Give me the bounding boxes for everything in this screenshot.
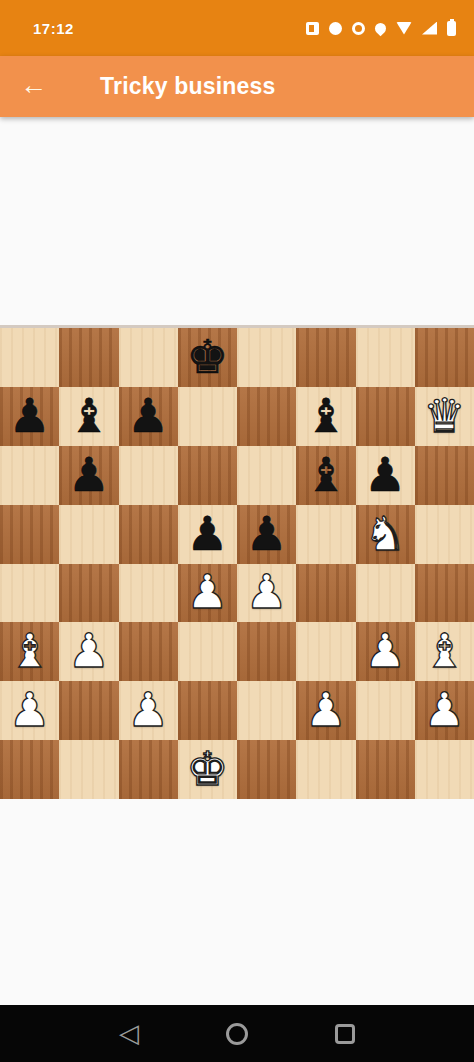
black-pawn: ♟ (246, 510, 288, 559)
square-b5[interactable] (59, 505, 118, 564)
square-b3[interactable]: ♟ (59, 622, 118, 681)
square-h8[interactable] (415, 328, 474, 387)
square-f4[interactable] (296, 564, 355, 623)
square-d8[interactable]: ♚ (178, 328, 237, 387)
battery-icon (447, 21, 456, 36)
black-pawn: ♟ (186, 510, 228, 559)
square-f5[interactable] (296, 505, 355, 564)
clock: 17:12 (33, 20, 74, 37)
square-e8[interactable] (237, 328, 296, 387)
square-b7[interactable]: ♝ (59, 387, 118, 446)
black-pawn: ♟ (364, 451, 406, 500)
phone-screen: 17:12 ← Tricky business ♚♟♝♟♝♛♟♝♟♟♟♞♟♟♝♟… (0, 0, 474, 1062)
square-h4[interactable] (415, 564, 474, 623)
square-f7[interactable]: ♝ (296, 387, 355, 446)
home-circle-icon[interactable] (226, 1023, 248, 1045)
sim-notification-icon (306, 22, 319, 35)
square-b8[interactable] (59, 328, 118, 387)
square-e1[interactable] (237, 740, 296, 799)
square-f8[interactable] (296, 328, 355, 387)
square-g2[interactable] (356, 681, 415, 740)
square-a2[interactable]: ♟ (0, 681, 59, 740)
wifi-icon (396, 22, 412, 35)
square-b4[interactable] (59, 564, 118, 623)
square-c3[interactable] (119, 622, 178, 681)
back-arrow-icon[interactable]: ← (20, 72, 66, 102)
square-a6[interactable] (0, 446, 59, 505)
back-triangle-icon[interactable]: ◁ (119, 1020, 139, 1046)
square-b6[interactable]: ♟ (59, 446, 118, 505)
square-c7[interactable]: ♟ (119, 387, 178, 446)
dnd-circle-icon (329, 22, 342, 35)
white-pawn: ♟ (127, 686, 169, 735)
square-g4[interactable] (356, 564, 415, 623)
data-saver-icon (352, 22, 365, 35)
square-e4[interactable]: ♟ (237, 564, 296, 623)
content-area-top (0, 117, 474, 325)
square-h7[interactable]: ♛ (415, 387, 474, 446)
page-title: Tricky business (100, 73, 276, 100)
square-g6[interactable]: ♟ (356, 446, 415, 505)
white-king: ♚ (186, 745, 228, 794)
white-pawn: ♟ (68, 627, 110, 676)
white-bishop: ♝ (423, 627, 465, 676)
square-g5[interactable]: ♞ (356, 505, 415, 564)
square-g3[interactable]: ♟ (356, 622, 415, 681)
square-a3[interactable]: ♝ (0, 622, 59, 681)
black-bishop: ♝ (68, 392, 110, 441)
square-a5[interactable] (0, 505, 59, 564)
square-d5[interactable]: ♟ (178, 505, 237, 564)
square-h3[interactable]: ♝ (415, 622, 474, 681)
square-a7[interactable]: ♟ (0, 387, 59, 446)
status-bar: 17:12 (0, 0, 474, 56)
content-area-bottom (0, 799, 474, 1005)
square-b1[interactable] (59, 740, 118, 799)
android-nav-bar: ◁ (0, 1005, 474, 1062)
square-e2[interactable] (237, 681, 296, 740)
square-c8[interactable] (119, 328, 178, 387)
black-bishop: ♝ (305, 451, 347, 500)
black-king: ♚ (186, 333, 228, 382)
cell-signal-icon (422, 22, 437, 35)
white-pawn: ♟ (305, 686, 347, 735)
square-e3[interactable] (237, 622, 296, 681)
square-h2[interactable]: ♟ (415, 681, 474, 740)
square-c6[interactable] (119, 446, 178, 505)
status-icons (306, 21, 456, 36)
square-e6[interactable] (237, 446, 296, 505)
square-d4[interactable]: ♟ (178, 564, 237, 623)
white-queen: ♛ (423, 392, 465, 441)
black-pawn: ♟ (9, 392, 51, 441)
square-h1[interactable] (415, 740, 474, 799)
square-a4[interactable] (0, 564, 59, 623)
square-h5[interactable] (415, 505, 474, 564)
square-f2[interactable]: ♟ (296, 681, 355, 740)
square-a1[interactable] (0, 740, 59, 799)
square-d3[interactable] (178, 622, 237, 681)
square-d7[interactable] (178, 387, 237, 446)
square-f6[interactable]: ♝ (296, 446, 355, 505)
black-pawn: ♟ (127, 392, 169, 441)
square-g7[interactable] (356, 387, 415, 446)
white-pawn: ♟ (9, 686, 51, 735)
chess-board: ♚♟♝♟♝♛♟♝♟♟♟♞♟♟♝♟♟♝♟♟♟♟♚ (0, 325, 474, 799)
square-e5[interactable]: ♟ (237, 505, 296, 564)
square-g1[interactable] (356, 740, 415, 799)
square-h6[interactable] (415, 446, 474, 505)
square-f3[interactable] (296, 622, 355, 681)
white-knight: ♞ (364, 510, 406, 559)
black-bishop: ♝ (305, 392, 347, 441)
white-bishop: ♝ (9, 627, 51, 676)
white-pawn: ♟ (423, 686, 465, 735)
square-d2[interactable] (178, 681, 237, 740)
location-icon (373, 20, 389, 36)
app-bar: ← Tricky business (0, 56, 474, 117)
square-c5[interactable] (119, 505, 178, 564)
recents-square-icon[interactable] (335, 1024, 355, 1044)
white-pawn: ♟ (246, 568, 288, 617)
white-pawn: ♟ (186, 568, 228, 617)
square-c2[interactable]: ♟ (119, 681, 178, 740)
square-c1[interactable] (119, 740, 178, 799)
square-b2[interactable] (59, 681, 118, 740)
square-c4[interactable] (119, 564, 178, 623)
black-pawn: ♟ (68, 451, 110, 500)
square-d6[interactable] (178, 446, 237, 505)
square-f1[interactable] (296, 740, 355, 799)
square-d1[interactable]: ♚ (178, 740, 237, 799)
square-a8[interactable] (0, 328, 59, 387)
square-e7[interactable] (237, 387, 296, 446)
square-g8[interactable] (356, 328, 415, 387)
white-pawn: ♟ (364, 627, 406, 676)
